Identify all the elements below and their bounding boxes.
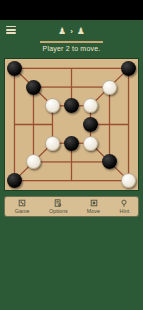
board-cell-unused xyxy=(119,78,138,97)
white-piece[interactable] xyxy=(45,98,60,113)
board-point-e3[interactable] xyxy=(81,134,100,153)
board-cell-unused xyxy=(24,171,43,190)
board-cell-unused xyxy=(100,171,119,190)
black-piece[interactable] xyxy=(7,61,22,76)
board-point-e5[interactable] xyxy=(81,96,100,115)
board-cell-unused xyxy=(81,153,100,172)
board-point-a7[interactable] xyxy=(5,59,24,78)
move-button[interactable]: Move xyxy=(86,199,101,214)
options-icon xyxy=(54,199,62,207)
board-cell-unused xyxy=(43,171,62,190)
board-point-a1[interactable] xyxy=(5,171,24,190)
black-piece[interactable] xyxy=(7,173,22,188)
turn-underline xyxy=(40,41,103,43)
board-cell-unused xyxy=(5,134,24,153)
black-piece[interactable] xyxy=(64,98,79,113)
move-button-label: Move xyxy=(87,208,100,213)
board-cell-unused xyxy=(119,153,138,172)
board-cell-unused xyxy=(119,134,138,153)
board-point-f6[interactable] xyxy=(100,78,119,97)
board-cell-unused xyxy=(100,134,119,153)
black-piece[interactable] xyxy=(121,61,136,76)
board-point-e4[interactable] xyxy=(81,115,100,134)
board-cell-unused xyxy=(24,134,43,153)
turn-arrow-icon: › xyxy=(70,28,73,36)
board-point-g1[interactable] xyxy=(119,171,138,190)
board-grid xyxy=(5,59,138,190)
board-cell-unused xyxy=(43,59,62,78)
board-cell-unused xyxy=(24,59,43,78)
board-point-g4[interactable] xyxy=(119,115,138,134)
white-piece[interactable] xyxy=(26,154,41,169)
player-1-pawn-icon: ♟ xyxy=(58,27,66,36)
white-piece[interactable] xyxy=(45,136,60,151)
turn-indicator: ♟ › ♟ xyxy=(0,27,143,36)
hint-button-label: Hint xyxy=(119,208,129,213)
board-cell-unused xyxy=(62,115,81,134)
board-point-a4[interactable] xyxy=(5,115,24,134)
white-piece[interactable] xyxy=(121,173,136,188)
board-point-d6[interactable] xyxy=(62,78,81,97)
game-icon xyxy=(18,199,26,207)
board-cell-unused xyxy=(24,96,43,115)
board-point-b2[interactable] xyxy=(24,153,43,172)
status-text: Player 2 to move. xyxy=(0,45,143,52)
board-cell-unused xyxy=(5,153,24,172)
toolbar: Game Options Move Hint xyxy=(4,196,139,217)
board-cell-unused xyxy=(81,171,100,190)
board-cell-unused xyxy=(43,78,62,97)
board-point-d1[interactable] xyxy=(62,171,81,190)
white-piece[interactable] xyxy=(83,98,98,113)
board-point-d5[interactable] xyxy=(62,96,81,115)
board-point-d7[interactable] xyxy=(62,59,81,78)
header: ♟ › ♟ Player 2 to move. xyxy=(0,20,143,58)
options-button-label: Options xyxy=(49,208,68,213)
board-point-f4[interactable] xyxy=(100,115,119,134)
black-piece[interactable] xyxy=(102,154,117,169)
black-piece[interactable] xyxy=(83,117,98,132)
game-button[interactable]: Game xyxy=(14,199,30,214)
black-piece[interactable] xyxy=(64,136,79,151)
board-cell-unused xyxy=(119,96,138,115)
board-point-b6[interactable] xyxy=(24,78,43,97)
black-piece[interactable] xyxy=(26,80,41,95)
board-cell-unused xyxy=(5,96,24,115)
hint-icon xyxy=(120,199,128,207)
game-button-label: Game xyxy=(15,208,30,213)
board-point-d2[interactable] xyxy=(62,153,81,172)
board-point-c3[interactable] xyxy=(43,134,62,153)
board-point-c5[interactable] xyxy=(43,96,62,115)
move-icon xyxy=(90,199,98,207)
white-piece[interactable] xyxy=(83,136,98,151)
board-point-b4[interactable] xyxy=(24,115,43,134)
board-cell-unused xyxy=(5,78,24,97)
board-point-g7[interactable] xyxy=(119,59,138,78)
board-cell-unused xyxy=(100,59,119,78)
status-bar xyxy=(0,0,143,20)
hint-button[interactable]: Hint xyxy=(119,199,130,214)
options-button[interactable]: Options xyxy=(48,199,69,214)
board-cell-unused xyxy=(100,96,119,115)
board-cell-unused xyxy=(43,153,62,172)
board-point-c4[interactable] xyxy=(43,115,62,134)
white-piece[interactable] xyxy=(102,80,117,95)
board-cell-unused xyxy=(81,78,100,97)
player-2-pawn-icon: ♟ xyxy=(77,27,85,36)
board-point-d3[interactable] xyxy=(62,134,81,153)
board-cell-unused xyxy=(81,59,100,78)
board-point-f2[interactable] xyxy=(100,153,119,172)
morris-board xyxy=(4,58,139,191)
